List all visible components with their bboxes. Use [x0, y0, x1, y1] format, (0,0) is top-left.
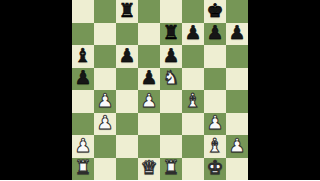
white-pawn: ♟ [96, 113, 113, 132]
white-queen: ♛ [140, 158, 157, 177]
chess-board: ♜♚♜♟♟♟♝♟♟♟♟♞♟♟♝♟♟♟♝♟♜♛♜♚ [72, 0, 248, 180]
white-bishop: ♝ [206, 136, 223, 155]
square-f3[interactable] [182, 113, 204, 136]
square-h2[interactable]: ♟ [226, 135, 248, 158]
square-e3[interactable] [160, 113, 182, 136]
square-h3[interactable] [226, 113, 248, 136]
square-d6[interactable] [138, 45, 160, 68]
square-g2[interactable]: ♝ [204, 135, 226, 158]
square-b4[interactable]: ♟ [94, 90, 116, 113]
square-g1[interactable]: ♚ [204, 158, 226, 181]
black-pawn: ♟ [74, 68, 91, 87]
black-rook: ♜ [162, 23, 179, 42]
black-pawn: ♟ [206, 23, 223, 42]
square-b8[interactable] [94, 0, 116, 23]
white-rook: ♜ [74, 158, 91, 177]
square-e7[interactable]: ♜ [160, 23, 182, 46]
white-pawn: ♟ [206, 113, 223, 132]
square-b1[interactable] [94, 158, 116, 181]
square-g3[interactable]: ♟ [204, 113, 226, 136]
square-h5[interactable] [226, 68, 248, 91]
square-f2[interactable] [182, 135, 204, 158]
white-rook: ♜ [162, 158, 179, 177]
square-a2[interactable]: ♟ [72, 135, 94, 158]
black-pawn: ♟ [140, 68, 157, 87]
white-pawn: ♟ [228, 136, 245, 155]
square-b3[interactable]: ♟ [94, 113, 116, 136]
white-pawn: ♟ [74, 136, 91, 155]
square-f5[interactable] [182, 68, 204, 91]
square-e5[interactable]: ♞ [160, 68, 182, 91]
square-d8[interactable] [138, 0, 160, 23]
square-f6[interactable] [182, 45, 204, 68]
square-f7[interactable]: ♟ [182, 23, 204, 46]
black-rook: ♜ [118, 1, 135, 20]
square-g5[interactable] [204, 68, 226, 91]
black-king: ♚ [206, 1, 223, 20]
square-d2[interactable] [138, 135, 160, 158]
square-a5[interactable]: ♟ [72, 68, 94, 91]
square-e1[interactable]: ♜ [160, 158, 182, 181]
square-c4[interactable] [116, 90, 138, 113]
black-pawn: ♟ [228, 23, 245, 42]
square-b6[interactable] [94, 45, 116, 68]
square-b7[interactable] [94, 23, 116, 46]
square-c1[interactable] [116, 158, 138, 181]
square-f8[interactable] [182, 0, 204, 23]
white-knight: ♞ [162, 68, 179, 87]
square-c3[interactable] [116, 113, 138, 136]
black-pawn: ♟ [184, 23, 201, 42]
square-h7[interactable]: ♟ [226, 23, 248, 46]
video-frame-background: ♜♚♜♟♟♟♝♟♟♟♟♞♟♟♝♟♟♟♝♟♜♛♜♚ [0, 0, 320, 180]
square-e2[interactable] [160, 135, 182, 158]
square-e8[interactable] [160, 0, 182, 23]
square-c2[interactable] [116, 135, 138, 158]
square-d3[interactable] [138, 113, 160, 136]
square-e6[interactable]: ♟ [160, 45, 182, 68]
white-king: ♚ [206, 158, 223, 177]
square-a4[interactable] [72, 90, 94, 113]
square-a6[interactable]: ♝ [72, 45, 94, 68]
white-pawn: ♟ [140, 91, 157, 110]
square-h4[interactable] [226, 90, 248, 113]
square-c8[interactable]: ♜ [116, 0, 138, 23]
square-d1[interactable]: ♛ [138, 158, 160, 181]
square-a3[interactable] [72, 113, 94, 136]
square-h1[interactable] [226, 158, 248, 181]
square-f4[interactable]: ♝ [182, 90, 204, 113]
square-c6[interactable]: ♟ [116, 45, 138, 68]
square-c7[interactable] [116, 23, 138, 46]
square-b5[interactable] [94, 68, 116, 91]
square-a7[interactable] [72, 23, 94, 46]
square-e4[interactable] [160, 90, 182, 113]
square-a1[interactable]: ♜ [72, 158, 94, 181]
square-g4[interactable] [204, 90, 226, 113]
square-h8[interactable] [226, 0, 248, 23]
white-pawn: ♟ [96, 91, 113, 110]
square-d4[interactable]: ♟ [138, 90, 160, 113]
square-g8[interactable]: ♚ [204, 0, 226, 23]
black-bishop: ♝ [74, 46, 91, 65]
square-d5[interactable]: ♟ [138, 68, 160, 91]
square-h6[interactable] [226, 45, 248, 68]
white-bishop: ♝ [184, 91, 201, 110]
square-a8[interactable] [72, 0, 94, 23]
square-g7[interactable]: ♟ [204, 23, 226, 46]
square-f1[interactable] [182, 158, 204, 181]
square-g6[interactable] [204, 45, 226, 68]
black-pawn: ♟ [118, 46, 135, 65]
square-c5[interactable] [116, 68, 138, 91]
square-b2[interactable] [94, 135, 116, 158]
black-pawn: ♟ [162, 46, 179, 65]
square-d7[interactable] [138, 23, 160, 46]
